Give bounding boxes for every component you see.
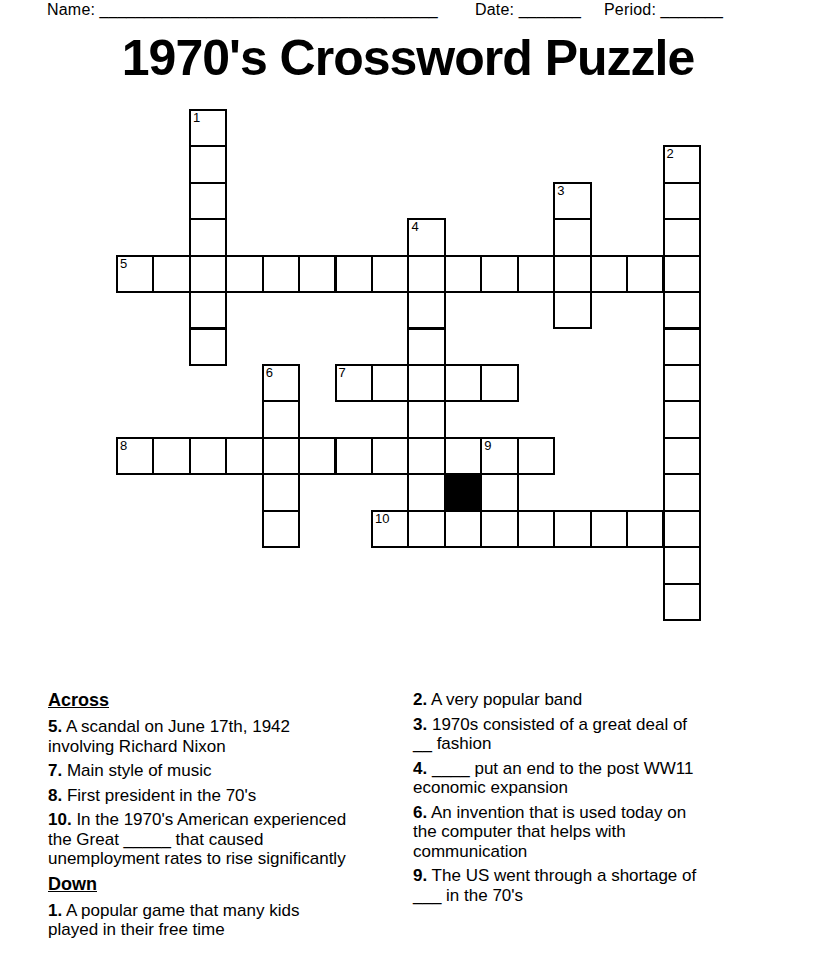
grid-cell[interactable] xyxy=(262,510,300,548)
grid-cell[interactable] xyxy=(407,473,445,511)
grid-cell[interactable]: 10 xyxy=(371,510,409,548)
grid-cell[interactable] xyxy=(225,437,263,475)
grid-cell[interactable] xyxy=(407,328,445,366)
clue-down-1: 1. A popular game that many kids played … xyxy=(48,901,413,940)
grid-cell[interactable] xyxy=(371,437,409,475)
clue-number: 9. xyxy=(413,866,427,885)
clue-across-7: 7. Main style of music xyxy=(48,761,413,781)
clue-across-5: 5. A scandal on June 17th, 1942 involvin… xyxy=(48,717,413,756)
clue-number-label: 2 xyxy=(667,147,674,161)
grid-cell[interactable] xyxy=(480,255,518,293)
clue-across-10: 10. In the 1970's American experienced t… xyxy=(48,810,413,869)
grid-cell[interactable] xyxy=(663,437,701,475)
grid-cell[interactable] xyxy=(626,510,664,548)
grid-cell[interactable] xyxy=(407,255,445,293)
grid-cell[interactable] xyxy=(444,437,482,475)
clue-number-label: 8 xyxy=(120,439,127,453)
grid-cell[interactable] xyxy=(663,218,701,256)
grid-cell[interactable] xyxy=(262,473,300,511)
clue-number-label: 6 xyxy=(266,366,273,380)
clue-number: 10. xyxy=(48,810,72,829)
grid-cell[interactable] xyxy=(553,255,591,293)
grid-cell[interactable] xyxy=(298,437,336,475)
grid-cell[interactable]: 1 xyxy=(189,109,227,147)
clue-number-label: 7 xyxy=(339,366,346,380)
grid-cell[interactable] xyxy=(444,255,482,293)
grid-cell[interactable]: 6 xyxy=(262,364,300,402)
clue-number: 3. xyxy=(413,715,427,734)
grid-cell[interactable] xyxy=(663,400,701,438)
clue-text: A popular game that many kids played in … xyxy=(48,901,299,940)
grid-cell[interactable] xyxy=(407,437,445,475)
across-heading: Across xyxy=(48,690,413,711)
grid-cell[interactable] xyxy=(189,182,227,220)
grid-cell[interactable] xyxy=(189,437,227,475)
grid-cell[interactable] xyxy=(407,291,445,329)
clue-text: First president in the 70's xyxy=(67,786,256,805)
grid-cell[interactable]: 7 xyxy=(335,364,373,402)
grid-cell[interactable] xyxy=(553,510,591,548)
grid-cell[interactable] xyxy=(262,255,300,293)
clue-number-label: 1 xyxy=(193,111,200,125)
grid-cell[interactable] xyxy=(189,145,227,183)
clue-number: 1. xyxy=(48,901,62,920)
grid-cell[interactable] xyxy=(663,364,701,402)
grid-cell[interactable] xyxy=(663,182,701,220)
grid-cell[interactable] xyxy=(225,255,263,293)
clue-number-label: 4 xyxy=(411,220,418,234)
clue-number: 2. xyxy=(413,690,427,709)
grid-cell[interactable] xyxy=(189,218,227,256)
grid-cell[interactable] xyxy=(407,510,445,548)
grid-cell[interactable] xyxy=(517,510,555,548)
clue-text: The US went through a shortage of ___ in… xyxy=(413,866,696,905)
black-cell xyxy=(444,473,482,511)
grid-cell[interactable] xyxy=(407,400,445,438)
clues-column-left: Across 5. A scandal on June 17th, 1942 i… xyxy=(48,690,413,945)
grid-cell[interactable] xyxy=(517,437,555,475)
grid-cell[interactable] xyxy=(152,255,190,293)
grid-cell[interactable] xyxy=(189,328,227,366)
grid-cell[interactable] xyxy=(663,328,701,366)
grid-cell[interactable] xyxy=(335,437,373,475)
clue-text: ____ put an end to the post WW11 economi… xyxy=(413,759,693,798)
grid-cell[interactable] xyxy=(444,364,482,402)
grid-cell[interactable] xyxy=(262,437,300,475)
grid-cell[interactable] xyxy=(371,255,409,293)
grid-cell[interactable]: 8 xyxy=(116,437,154,475)
clue-down-6: 6. An invention that is used today on th… xyxy=(413,803,813,862)
grid-cell[interactable] xyxy=(189,291,227,329)
grid-cell[interactable] xyxy=(663,546,701,584)
clue-down-3: 3. 1970s consisted of a great deal of __… xyxy=(413,715,813,754)
clue-text: In the 1970's American experienced the G… xyxy=(48,810,346,868)
grid-cell[interactable] xyxy=(663,510,701,548)
grid-cell[interactable] xyxy=(480,473,518,511)
grid-cell[interactable] xyxy=(189,255,227,293)
clue-down-9: 9. The US went through a shortage of ___… xyxy=(413,866,813,905)
clue-down-4: 4. ____ put an end to the post WW11 econ… xyxy=(413,759,813,798)
grid-cell[interactable] xyxy=(663,255,701,293)
grid-cell[interactable]: 4 xyxy=(407,218,445,256)
clue-number: 6. xyxy=(413,803,427,822)
grid-cell[interactable]: 9 xyxy=(480,437,518,475)
clue-down-2: 2. A very popular band xyxy=(413,690,813,710)
grid-cell[interactable]: 2 xyxy=(663,145,701,183)
grid-cell[interactable] xyxy=(553,218,591,256)
grid-cell[interactable] xyxy=(517,255,555,293)
grid-cell[interactable] xyxy=(335,255,373,293)
grid-cell[interactable] xyxy=(298,255,336,293)
clue-number-label: 10 xyxy=(375,512,389,526)
clue-number: 8. xyxy=(48,786,62,805)
clue-number: 5. xyxy=(48,717,62,736)
grid-cell[interactable] xyxy=(590,510,628,548)
grid-cell[interactable] xyxy=(626,255,664,293)
clue-number: 7. xyxy=(48,761,62,780)
clue-text: A scandal on June 17th, 1942 involving R… xyxy=(48,717,290,756)
down-heading: Down xyxy=(48,874,413,895)
clue-across-8: 8. First president in the 70's xyxy=(48,786,413,806)
grid-cell[interactable] xyxy=(407,364,445,402)
grid-cell[interactable] xyxy=(262,400,300,438)
worksheet-page: Name: __________________________________… xyxy=(0,0,816,957)
grid-cell[interactable] xyxy=(480,364,518,402)
clue-number-label: 5 xyxy=(120,257,127,271)
crossword-board: 12345678910 xyxy=(0,0,816,680)
grid-cell[interactable] xyxy=(444,510,482,548)
grid-cell[interactable] xyxy=(553,291,591,329)
clue-text: 1970s consisted of a great deal of __ fa… xyxy=(413,715,687,754)
grid-cell[interactable]: 5 xyxy=(116,255,154,293)
clue-number-label: 9 xyxy=(484,439,491,453)
clue-number-label: 3 xyxy=(557,184,564,198)
grid-cell[interactable] xyxy=(663,583,701,621)
grid-cell[interactable] xyxy=(152,437,190,475)
clues-column-right: 2. A very popular band 3. 1970s consiste… xyxy=(413,690,813,910)
clue-text: Main style of music xyxy=(67,761,212,780)
clue-text: An invention that is used today on the c… xyxy=(413,803,686,861)
clue-text: A very popular band xyxy=(431,690,582,709)
grid-cell[interactable] xyxy=(590,255,628,293)
grid-cell[interactable] xyxy=(663,291,701,329)
grid-cell[interactable] xyxy=(480,510,518,548)
grid-cell[interactable] xyxy=(663,473,701,511)
grid-cell[interactable] xyxy=(371,364,409,402)
clue-number: 4. xyxy=(413,759,427,778)
grid-cell[interactable]: 3 xyxy=(553,182,591,220)
